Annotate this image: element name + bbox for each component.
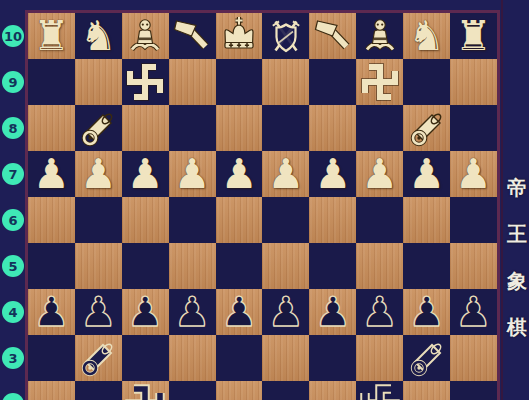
square-r5-c10[interactable] [450,243,497,289]
square-r2-c1[interactable] [28,381,75,400]
black-cannon[interactable] [403,335,450,381]
square-r9-c1[interactable] [28,59,75,105]
square-r9-c5[interactable] [216,59,263,105]
square-r8-c10[interactable] [450,105,497,151]
square-r10-c9[interactable]: ♞ [403,13,450,59]
square-r3-c5[interactable] [216,335,263,381]
square-r10-c3[interactable] [122,13,169,59]
square-r4-c8[interactable]: ♟ [356,289,403,335]
black-pawn[interactable]: ♟ [75,289,122,335]
rank-label-10: 10 [2,25,24,47]
square-r8-c7[interactable] [309,105,356,151]
rank-label-8: 8 [2,117,24,139]
white-knight[interactable]: ♞ [75,13,122,59]
white-bishop[interactable] [356,13,403,59]
square-r2-c2[interactable] [75,381,122,400]
white-pawn[interactable]: ♟ [122,151,169,197]
square-r2-c3[interactable] [122,381,169,400]
side-title-char-3: 象 [505,258,529,305]
square-r9-c3[interactable] [122,59,169,105]
rank-label-2: 2 [2,393,24,400]
rank-label-9: 9 [2,71,24,93]
white-pawn[interactable]: ♟ [309,151,356,197]
black-swastika-mirrored[interactable] [122,381,169,400]
square-r4-c7[interactable]: ♟ [309,289,356,335]
board-right-edge-line [501,0,503,400]
square-r6-c8[interactable] [356,197,403,243]
square-r3-c4[interactable] [169,335,216,381]
white-knight[interactable]: ♞ [403,13,450,59]
square-r7-c4[interactable]: ♟ [169,151,216,197]
white-rook[interactable]: ♜ [28,13,75,59]
square-r7-c2[interactable]: ♟ [75,151,122,197]
white-pawn[interactable]: ♟ [75,151,122,197]
square-r6-c9[interactable] [403,197,450,243]
square-r3-c9[interactable] [403,335,450,381]
square-r9-c4[interactable] [169,59,216,105]
square-r7-c1[interactable]: ♟ [28,151,75,197]
square-r10-c1[interactable]: ♜ [28,13,75,59]
square-r9-c6[interactable] [262,59,309,105]
square-r4-c4[interactable]: ♟ [169,289,216,335]
square-r4-c9[interactable]: ♟ [403,289,450,335]
square-r6-c4[interactable] [169,197,216,243]
square-r2-c4[interactable] [169,381,216,400]
white-shield[interactable] [262,13,309,59]
square-r8-c1[interactable] [28,105,75,151]
square-r8-c9[interactable] [403,105,450,151]
black-pawn[interactable]: ♟ [169,289,216,335]
square-r8-c3[interactable] [122,105,169,151]
square-r10-c4[interactable] [169,13,216,59]
rank-label-5: 5 [2,255,24,277]
side-title: 帝王象棋 [505,165,529,351]
square-r2-c8[interactable] [356,381,403,400]
black-pawn[interactable]: ♟ [28,289,75,335]
square-r6-c3[interactable] [122,197,169,243]
square-r7-c5[interactable]: ♟ [216,151,263,197]
square-r4-c6[interactable]: ♟ [262,289,309,335]
square-r10-c6[interactable] [262,13,309,59]
white-axe[interactable] [309,13,356,59]
white-king[interactable] [216,13,263,59]
rank-label-4: 4 [2,301,24,323]
square-r7-c6[interactable]: ♟ [262,151,309,197]
black-pawn[interactable]: ♟ [403,289,450,335]
white-pawn[interactable]: ♟ [403,151,450,197]
white-axe[interactable] [169,13,216,59]
square-r3-c6[interactable] [262,335,309,381]
white-rook[interactable]: ♜ [450,13,497,59]
black-cannon[interactable] [75,335,122,381]
square-r5-c8[interactable] [356,243,403,289]
square-r7-c3[interactable]: ♟ [122,151,169,197]
square-r8-c5[interactable] [216,105,263,151]
square-r2-c6[interactable] [262,381,309,400]
square-r8-c2[interactable] [75,105,122,151]
black-pawn[interactable]: ♟ [216,289,263,335]
square-r5-c2[interactable] [75,243,122,289]
square-r9-c10[interactable] [450,59,497,105]
square-r6-c6[interactable] [262,197,309,243]
black-pawn[interactable]: ♟ [122,289,169,335]
rank-label-6: 6 [2,209,24,231]
square-r5-c9[interactable] [403,243,450,289]
square-r5-c4[interactable] [169,243,216,289]
board-grid: ♜♞ [28,13,497,400]
square-r5-c7[interactable] [309,243,356,289]
white-pawn[interactable]: ♟ [28,151,75,197]
square-r6-c2[interactable] [75,197,122,243]
white-cannon[interactable] [75,105,122,151]
square-r7-c9[interactable]: ♟ [403,151,450,197]
square-r9-c9[interactable] [403,59,450,105]
square-r5-c6[interactable] [262,243,309,289]
rank-label-3: 3 [2,347,24,369]
square-r5-c1[interactable] [28,243,75,289]
square-r7-c8[interactable]: ♟ [356,151,403,197]
square-r4-c5[interactable]: ♟ [216,289,263,335]
square-r8-c8[interactable] [356,105,403,151]
square-r2-c10[interactable] [450,381,497,400]
white-swastika-mirrored[interactable] [356,59,403,105]
square-r6-c1[interactable] [28,197,75,243]
square-r4-c2[interactable]: ♟ [75,289,122,335]
square-r8-c6[interactable] [262,105,309,151]
square-r3-c10[interactable] [450,335,497,381]
square-r9-c2[interactable] [75,59,122,105]
square-r10-c7[interactable] [309,13,356,59]
square-r3-c7[interactable] [309,335,356,381]
square-r3-c2[interactable] [75,335,122,381]
black-pawn[interactable]: ♟ [309,289,356,335]
white-bishop[interactable] [122,13,169,59]
white-pawn[interactable]: ♟ [356,151,403,197]
square-r3-c1[interactable] [28,335,75,381]
square-r6-c7[interactable] [309,197,356,243]
black-pawn[interactable]: ♟ [356,289,403,335]
white-cannon[interactable] [403,105,450,151]
square-r3-c8[interactable] [356,335,403,381]
white-pawn[interactable]: ♟ [262,151,309,197]
square-r6-c5[interactable] [216,197,263,243]
side-title-char-4: 棋 [505,305,529,352]
square-r7-c10[interactable]: ♟ [450,151,497,197]
square-r10-c5[interactable] [216,13,263,59]
square-r4-c1[interactable]: ♟ [28,289,75,335]
white-pawn[interactable]: ♟ [216,151,263,197]
white-pawn[interactable]: ♟ [169,151,216,197]
square-r10-c8[interactable] [356,13,403,59]
square-r10-c10[interactable]: ♜ [450,13,497,59]
square-r5-c3[interactable] [122,243,169,289]
board: ♜♞ [25,10,500,400]
square-r9-c7[interactable] [309,59,356,105]
square-r8-c4[interactable] [169,105,216,151]
square-r6-c10[interactable] [450,197,497,243]
square-r5-c5[interactable] [216,243,263,289]
square-r4-c3[interactable]: ♟ [122,289,169,335]
black-pawn[interactable]: ♟ [262,289,309,335]
white-swastika[interactable] [122,59,169,105]
black-pawn[interactable]: ♟ [450,289,497,335]
square-r2-c9[interactable] [403,381,450,400]
black-swastika[interactable] [356,381,403,400]
square-r3-c3[interactable] [122,335,169,381]
white-pawn[interactable]: ♟ [450,151,497,197]
side-title-char-1: 帝 [505,165,529,212]
square-r7-c7[interactable]: ♟ [309,151,356,197]
square-r2-c5[interactable] [216,381,263,400]
rank-label-7: 7 [2,163,24,185]
square-r2-c7[interactable] [309,381,356,400]
emperor-chess-app: ♜♞ [0,0,529,400]
square-r4-c10[interactable]: ♟ [450,289,497,335]
side-title-char-2: 王 [505,212,529,259]
square-r9-c8[interactable] [356,59,403,105]
square-r10-c2[interactable]: ♞ [75,13,122,59]
